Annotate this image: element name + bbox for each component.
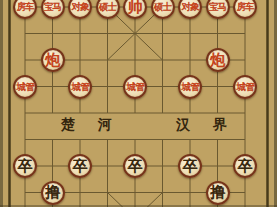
piece-soldier[interactable]: 城管 <box>233 75 257 99</box>
piece-chariot[interactable]: 房车 <box>233 0 257 19</box>
piece-horse[interactable]: 宝马 <box>41 0 65 19</box>
piece-cannon[interactable]: 炮 <box>41 48 65 72</box>
piece-soldier[interactable]: 卒 <box>13 154 37 178</box>
piece-horse[interactable]: 宝马 <box>206 0 230 19</box>
piece-cannon[interactable]: 撸 <box>41 181 65 205</box>
piece-soldier[interactable]: 城管 <box>123 75 147 99</box>
piece-soldier[interactable]: 城管 <box>68 75 92 99</box>
piece-chariot[interactable]: 房车 <box>13 0 37 19</box>
piece-soldier[interactable]: 卒 <box>178 154 202 178</box>
xiangqi-board: 楚河 汉界 房车宝马对象硕士帅硕士对象宝马房车炮炮城管城管城管城管城管卒卒卒卒卒… <box>0 0 277 207</box>
piece-soldier[interactable]: 卒 <box>68 154 92 178</box>
piece-elephant[interactable]: 对象 <box>68 0 92 19</box>
piece-elephant[interactable]: 对象 <box>178 0 202 19</box>
piece-cannon[interactable]: 撸 <box>206 181 230 205</box>
piece-soldier[interactable]: 卒 <box>123 154 147 178</box>
piece-general[interactable]: 帅 <box>123 0 147 19</box>
piece-soldier[interactable]: 城管 <box>178 75 202 99</box>
pieces-layer: 房车宝马对象硕士帅硕士对象宝马房车炮炮城管城管城管城管城管卒卒卒卒卒撸撸 <box>11 0 259 207</box>
piece-advisor[interactable]: 硕士 <box>96 0 120 19</box>
piece-soldier[interactable]: 卒 <box>233 154 257 178</box>
piece-advisor[interactable]: 硕士 <box>151 0 175 19</box>
piece-soldier[interactable]: 城管 <box>13 75 37 99</box>
piece-cannon[interactable]: 炮 <box>206 48 230 72</box>
